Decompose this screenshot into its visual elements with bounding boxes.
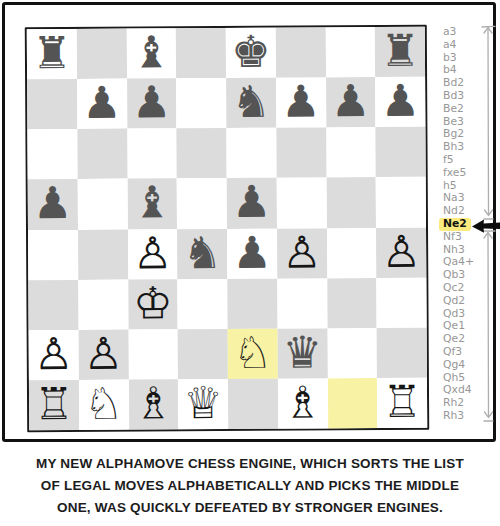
caption: MY NEW ALPHAMOVE CHESS ENGINE, WHICH SOR… [0,453,500,519]
square-b5 [77,179,127,229]
piece-white-pawn: ♙ [84,331,124,375]
piece-white-pawn: ♙ [381,229,421,273]
square-d2 [178,329,228,379]
square-a7 [27,79,77,129]
square-g6 [326,127,376,177]
square-e5: ♟ [227,178,277,228]
square-g2 [327,328,377,378]
piece-black-queen: ♛ [283,330,323,374]
piece-white-bishop: ♗ [283,380,323,424]
square-b7: ♟ [77,79,127,129]
piece-black-rook: ♜ [380,29,420,73]
piece-black-bishop: ♝ [132,181,172,225]
piece-black-knight: ♞ [182,231,222,275]
square-h4: ♙ [376,227,426,277]
move-item: Nf3 [443,231,462,244]
square-e1 [228,379,278,429]
move-item: a3 [443,26,457,39]
square-g3 [327,278,377,328]
piece-black-pawn: ♟ [281,80,321,124]
square-b1: ♘ [79,379,129,429]
square-c4: ♙ [128,229,178,279]
square-b2: ♙ [78,329,128,379]
move-item: fxe5 [443,167,466,180]
square-d5 [177,178,227,228]
piece-black-pawn: ♟ [232,180,272,224]
square-e6 [226,128,276,178]
comic-panel: ♜♝♚♜♟♟♞♟♟♟♟♝♟♙♞♟♙♙♔♙♙♘♛♖♘♗♕♗♖ a3a4b3b4Bd… [2,2,496,442]
lower-half-range-arrow [482,231,495,421]
move-item: Be2 [443,103,464,116]
square-f6 [276,128,326,178]
move-item: f5 [443,154,454,167]
move-item: Qf3 [443,346,462,359]
piece-black-bishop: ♝ [131,30,171,74]
piece-black-pawn: ♟ [132,81,172,125]
square-h3 [377,277,427,327]
square-d7 [176,78,226,128]
square-c7: ♟ [127,78,177,128]
caption-line-3: ONE, WAS QUICKLY DEFEATED BY STRONGER EN… [0,497,500,519]
square-f5 [276,178,326,228]
piece-white-king: ♔ [133,281,173,325]
square-g7: ♟ [326,77,376,127]
square-c1: ♗ [128,379,178,429]
square-e8: ♚ [226,28,276,78]
square-e7: ♞ [226,78,276,128]
square-c6 [127,129,177,179]
move-item: Qe2 [443,333,465,346]
square-c8: ♝ [126,28,176,78]
square-f8 [276,27,326,77]
square-f1: ♗ [278,378,328,428]
piece-black-rook: ♜ [32,31,72,75]
piece-black-knight: ♞ [231,80,271,124]
square-f7: ♟ [276,78,326,128]
square-h6 [376,127,426,177]
piece-black-pawn: ♟ [331,79,371,123]
square-a8: ♜ [27,29,77,79]
move-item: Rh2 [443,397,464,410]
piece-black-king: ♚ [231,30,271,74]
square-h5 [376,177,426,227]
move-item: Qg4 [443,359,465,372]
square-a3 [28,280,78,330]
square-a1: ♖ [29,380,79,430]
square-c5: ♝ [127,179,177,229]
piece-white-pawn: ♙ [282,230,322,274]
square-d4: ♞ [177,229,227,279]
piece-white-knight: ♘ [84,382,124,426]
square-c2 [128,329,178,379]
chess-board: ♜♝♚♜♟♟♞♟♟♟♟♝♟♙♞♟♙♙♔♙♙♘♛♖♘♗♕♗♖ [25,25,429,432]
piece-black-pawn: ♟ [232,230,272,274]
square-b8 [77,29,127,79]
square-a5: ♟ [28,179,78,229]
square-b4 [78,229,128,279]
square-d1: ♕ [178,379,228,429]
square-g5 [326,177,376,227]
square-d6 [177,128,227,178]
move-item: a4 [443,39,457,52]
move-item: Rh3 [443,410,464,423]
square-f2: ♛ [277,328,327,378]
square-b6 [77,129,127,179]
square-e3 [227,278,277,328]
square-f4: ♙ [277,228,327,278]
square-d3 [178,279,228,329]
caption-line-1: MY NEW ALPHAMOVE CHESS ENGINE, WHICH SOR… [0,453,500,475]
square-h1: ♖ [377,378,427,428]
piece-black-pawn: ♟ [33,181,73,225]
square-h2 [377,328,427,378]
square-g4 [326,228,376,278]
selected-move-arrow-icon [471,218,500,234]
piece-white-pawn: ♙ [34,332,74,376]
piece-white-rook: ♖ [34,382,74,426]
piece-white-pawn: ♙ [133,231,173,275]
square-g8 [325,27,375,77]
square-e4: ♟ [227,228,277,278]
piece-black-pawn: ♟ [380,79,420,123]
piece-white-knight: ♘ [233,331,273,375]
move-item: Qd2 [443,295,465,308]
square-d8 [176,28,226,78]
square-c3: ♔ [128,279,178,329]
square-g1 [327,378,377,428]
square-h8: ♜ [375,27,425,77]
square-a4 [28,229,78,279]
move-item-selected: Ne2 [439,218,471,231]
upper-half-range-arrow [482,26,495,219]
caption-line-2: OF LEGAL MOVES ALPHABETICALLY AND PICKS … [0,475,500,497]
square-h7: ♟ [375,77,425,127]
piece-black-pawn: ♟ [82,81,122,125]
piece-white-bishop: ♗ [134,381,174,425]
square-e2: ♘ [228,328,278,378]
square-a2: ♙ [29,330,79,380]
square-b3 [78,279,128,329]
piece-white-queen: ♕ [183,381,223,425]
square-f3 [277,278,327,328]
move-item: Bd3 [443,90,464,103]
move-item: Qc2 [443,282,464,295]
piece-white-rook: ♖ [382,380,422,424]
square-a6 [27,129,77,179]
